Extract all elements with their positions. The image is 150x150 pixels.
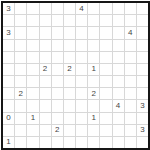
cell-r2c8[interactable] [100,27,111,38]
cell-r11c5[interactable] [64,137,75,148]
cell-r6c3[interactable] [40,76,51,87]
cell-r2c6[interactable] [76,27,87,38]
cell-r6c6[interactable] [76,76,87,87]
cell-r1c7[interactable] [88,15,99,26]
cell-r0c7[interactable] [88,3,99,14]
cell-r1c11[interactable] [137,15,148,26]
cell-r7c8[interactable] [100,88,111,99]
cell-r0c3[interactable] [40,3,51,14]
cell-r4c0[interactable] [3,52,14,63]
cell-r4c3[interactable] [40,52,51,63]
cell-r5c1[interactable] [15,64,26,75]
cell-r0c11[interactable] [137,3,148,14]
cell-r9c4[interactable] [52,113,63,124]
cell-r6c8[interactable] [100,76,111,87]
cell-r2c5[interactable] [64,27,75,38]
cell-r6c7[interactable] [88,76,99,87]
cell-r1c10[interactable] [125,15,136,26]
cell-r4c9[interactable] [113,52,124,63]
cell-r3c7[interactable] [88,40,99,51]
cell-r10c11-clue: 3 [137,125,148,136]
cell-r9c11[interactable] [137,113,148,124]
cell-r0c8[interactable] [100,3,111,14]
cell-r7c0[interactable] [3,88,14,99]
cell-r11c4[interactable] [52,137,63,148]
cell-r0c4[interactable] [52,3,63,14]
cell-r7c9[interactable] [113,88,124,99]
cell-r3c10[interactable] [125,40,136,51]
cell-r10c10[interactable] [125,125,136,136]
cell-r5c2[interactable] [27,64,38,75]
cell-r11c9[interactable] [113,137,124,148]
cell-r4c8[interactable] [100,52,111,63]
cell-r7c2[interactable] [27,88,38,99]
cell-r0c5[interactable] [64,3,75,14]
cell-r7c7-clue: 2 [88,88,99,99]
cell-r9c8[interactable] [100,113,111,124]
cell-r10c2[interactable] [27,125,38,136]
cell-r3c1[interactable] [15,40,26,51]
cell-r9c3[interactable] [40,113,51,124]
cell-r3c5[interactable] [64,40,75,51]
cell-r4c1[interactable] [15,52,26,63]
cell-r1c5[interactable] [64,15,75,26]
cell-r10c1[interactable] [15,125,26,136]
cell-r8c4[interactable] [52,100,63,111]
cell-r11c3[interactable] [40,137,51,148]
cell-r2c9[interactable] [113,27,124,38]
cell-r7c4[interactable] [52,88,63,99]
cell-r8c8[interactable] [100,100,111,111]
cell-r1c1[interactable] [15,15,26,26]
cell-r6c1[interactable] [15,76,26,87]
cell-r2c10-clue: 4 [125,27,136,38]
cell-r7c10[interactable] [125,88,136,99]
cell-r3c6[interactable] [76,40,87,51]
cell-r10c7[interactable] [88,125,99,136]
cell-r8c5[interactable] [64,100,75,111]
cell-r0c9[interactable] [113,3,124,14]
cell-r9c9[interactable] [113,113,124,124]
cell-r2c4[interactable] [52,27,63,38]
cell-r11c8[interactable] [100,137,111,148]
cell-r6c0[interactable] [3,76,14,87]
cell-r0c6-clue: 4 [76,3,87,14]
cell-r6c5[interactable] [64,76,75,87]
cell-r8c0[interactable] [3,100,14,111]
puzzle-board: 34342212243011231 [1,1,150,150]
cell-r7c5[interactable] [64,88,75,99]
cell-r9c5[interactable] [64,113,75,124]
cell-r3c3[interactable] [40,40,51,51]
cell-r4c10[interactable] [125,52,136,63]
cell-r6c2[interactable] [27,76,38,87]
cell-r11c6[interactable] [76,137,87,148]
cell-r3c4[interactable] [52,40,63,51]
cell-r7c1-clue: 2 [15,88,26,99]
cell-r0c2[interactable] [27,3,38,14]
cell-r5c8[interactable] [100,64,111,75]
cell-r8c11-clue: 3 [137,100,148,111]
cell-r10c3[interactable] [40,125,51,136]
cell-r2c0-clue: 3 [3,27,14,38]
cell-r10c0[interactable] [3,125,14,136]
cell-r8c6[interactable] [76,100,87,111]
cell-r2c7[interactable] [88,27,99,38]
cell-r5c3-clue: 2 [40,64,51,75]
cell-r7c11[interactable] [137,88,148,99]
cell-r5c6[interactable] [76,64,87,75]
cell-r1c9[interactable] [113,15,124,26]
cell-r9c7-clue: 1 [88,113,99,124]
cell-r10c4-clue: 2 [52,125,63,136]
cell-r7c6[interactable] [76,88,87,99]
cell-r11c0-clue: 1 [3,137,14,148]
cell-r5c7-clue: 1 [88,64,99,75]
cell-r5c9[interactable] [113,64,124,75]
cell-r2c2[interactable] [27,27,38,38]
cell-r3c11[interactable] [137,40,148,51]
cell-r11c10[interactable] [125,137,136,148]
cell-r10c6[interactable] [76,125,87,136]
cell-r10c5[interactable] [64,125,75,136]
cell-r6c9[interactable] [113,76,124,87]
cell-r9c0-clue: 0 [3,113,14,124]
cell-r9c6[interactable] [76,113,87,124]
cell-r1c6[interactable] [76,15,87,26]
cell-r1c3[interactable] [40,15,51,26]
cell-r8c3[interactable] [40,100,51,111]
cell-r0c0-clue: 3 [3,3,14,14]
cell-r0c10[interactable] [125,3,136,14]
cell-r4c5[interactable] [64,52,75,63]
cell-r10c9[interactable] [113,125,124,136]
cell-r11c11[interactable] [137,137,148,148]
cell-r1c8[interactable] [100,15,111,26]
cell-r11c7[interactable] [88,137,99,148]
cell-r3c2[interactable] [27,40,38,51]
cell-r8c7[interactable] [88,100,99,111]
cell-r5c10[interactable] [125,64,136,75]
cell-r4c4[interactable] [52,52,63,63]
cell-r9c10[interactable] [125,113,136,124]
cell-r8c9-clue: 4 [113,100,124,111]
cell-r7c3[interactable] [40,88,51,99]
cell-r11c1[interactable] [15,137,26,148]
cell-r6c10[interactable] [125,76,136,87]
cell-r8c10[interactable] [125,100,136,111]
cell-r1c2[interactable] [27,15,38,26]
cell-r9c1[interactable] [15,113,26,124]
cell-r2c1[interactable] [15,27,26,38]
cell-r6c11[interactable] [137,76,148,87]
cell-r1c0[interactable] [3,15,14,26]
cell-r11c2[interactable] [27,137,38,148]
cell-r5c0[interactable] [3,64,14,75]
cell-r8c2[interactable] [27,100,38,111]
cell-r2c3[interactable] [40,27,51,38]
cell-r10c8[interactable] [100,125,111,136]
cell-r4c11[interactable] [137,52,148,63]
cell-r8c1[interactable] [15,100,26,111]
cell-r3c0[interactable] [3,40,14,51]
cell-r4c7[interactable] [88,52,99,63]
cell-r5c4[interactable] [52,64,63,75]
cell-r2c11[interactable] [137,27,148,38]
cell-r3c9[interactable] [113,40,124,51]
cell-r5c11[interactable] [137,64,148,75]
cell-r3c8[interactable] [100,40,111,51]
cell-r1c4[interactable] [52,15,63,26]
cell-r6c4[interactable] [52,76,63,87]
cell-r0c1[interactable] [15,3,26,14]
cell-r4c2[interactable] [27,52,38,63]
cell-r9c2-clue: 1 [27,113,38,124]
cell-r5c5-clue: 2 [64,64,75,75]
cell-r4c6[interactable] [76,52,87,63]
